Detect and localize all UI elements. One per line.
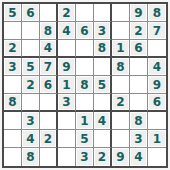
sudoku-cell-r7c3[interactable] (40, 112, 58, 130)
sudoku-cell-r5c6[interactable]: 5 (94, 76, 112, 94)
sudoku-cell-r7c1[interactable] (4, 112, 22, 130)
sudoku-cell-r9c3[interactable] (40, 148, 58, 166)
sudoku-cell-r1c9[interactable]: 8 (148, 4, 166, 22)
sudoku-cell-r2c2[interactable] (22, 22, 40, 40)
sudoku-cell-r8c6[interactable] (94, 130, 112, 148)
sudoku-cell-r8c9[interactable]: 1 (148, 130, 166, 148)
sudoku-cell-r2c7[interactable] (112, 22, 130, 40)
sudoku-cell-r7c4[interactable] (58, 112, 76, 130)
sudoku-cell-r4c7[interactable]: 8 (112, 58, 130, 76)
sudoku-cell-r4c1[interactable]: 3 (4, 58, 22, 76)
sudoku-cell-r5c3[interactable]: 6 (40, 76, 58, 94)
sudoku-cell-r2c4[interactable]: 4 (58, 22, 76, 40)
sudoku-cell-r2c1[interactable] (4, 22, 22, 40)
sudoku-cell-r2c6[interactable]: 3 (94, 22, 112, 40)
sudoku-cell-r6c5[interactable] (76, 94, 94, 112)
sudoku-cell-r3c5[interactable] (76, 40, 94, 58)
sudoku-cell-r6c7[interactable]: 2 (112, 94, 130, 112)
sudoku-board: 5629884632724816357984261859832631484253… (2, 2, 168, 168)
sudoku-cell-r1c5[interactable] (76, 4, 94, 22)
sudoku-cell-r4c4[interactable]: 9 (58, 58, 76, 76)
sudoku-cell-r6c6[interactable] (94, 94, 112, 112)
sudoku-cell-r6c3[interactable] (40, 94, 58, 112)
sudoku-cell-r1c6[interactable] (94, 4, 112, 22)
sudoku-cell-r8c3[interactable]: 2 (40, 130, 58, 148)
sudoku-cell-r4c2[interactable]: 5 (22, 58, 40, 76)
sudoku-cell-r8c8[interactable]: 3 (130, 130, 148, 148)
sudoku-cell-r2c5[interactable]: 6 (76, 22, 94, 40)
sudoku-cell-r9c8[interactable]: 4 (130, 148, 148, 166)
sudoku-cell-r8c2[interactable]: 4 (22, 130, 40, 148)
sudoku-cell-r9c4[interactable] (58, 148, 76, 166)
sudoku-cell-r7c2[interactable]: 3 (22, 112, 40, 130)
sudoku-cell-r9c6[interactable]: 2 (94, 148, 112, 166)
sudoku-cell-r8c5[interactable]: 5 (76, 130, 94, 148)
sudoku-cell-r4c8[interactable] (130, 58, 148, 76)
sudoku-cell-r4c5[interactable] (76, 58, 94, 76)
sudoku-cell-r3c7[interactable]: 1 (112, 40, 130, 58)
sudoku-cell-r1c4[interactable]: 2 (58, 4, 76, 22)
sudoku-cell-r6c8[interactable] (130, 94, 148, 112)
sudoku-cell-r6c9[interactable]: 6 (148, 94, 166, 112)
sudoku-cell-r3c9[interactable] (148, 40, 166, 58)
sudoku-cell-r9c1[interactable] (4, 148, 22, 166)
sudoku-cell-r5c2[interactable]: 2 (22, 76, 40, 94)
sudoku-cell-r5c9[interactable]: 9 (148, 76, 166, 94)
sudoku-cell-r4c6[interactable] (94, 58, 112, 76)
sudoku-cell-r3c2[interactable] (22, 40, 40, 58)
sudoku-cell-r9c2[interactable]: 8 (22, 148, 40, 166)
sudoku-cell-r6c4[interactable]: 3 (58, 94, 76, 112)
sudoku-cell-r4c9[interactable]: 4 (148, 58, 166, 76)
sudoku-cell-r5c7[interactable] (112, 76, 130, 94)
sudoku-cell-r3c4[interactable] (58, 40, 76, 58)
sudoku-cell-r3c8[interactable]: 6 (130, 40, 148, 58)
sudoku-cell-r7c5[interactable]: 1 (76, 112, 94, 130)
sudoku-cell-r7c7[interactable] (112, 112, 130, 130)
sudoku-cell-r3c1[interactable]: 2 (4, 40, 22, 58)
sudoku-cell-r9c5[interactable]: 3 (76, 148, 94, 166)
sudoku-cell-r9c9[interactable] (148, 148, 166, 166)
sudoku-cell-r8c4[interactable] (58, 130, 76, 148)
sudoku-cell-r5c1[interactable] (4, 76, 22, 94)
sudoku-cell-r5c8[interactable] (130, 76, 148, 94)
sudoku-cell-r2c8[interactable]: 2 (130, 22, 148, 40)
sudoku-cell-r4c3[interactable]: 7 (40, 58, 58, 76)
sudoku-cell-r7c6[interactable]: 4 (94, 112, 112, 130)
sudoku-cell-r9c7[interactable]: 9 (112, 148, 130, 166)
sudoku-cell-r1c2[interactable]: 6 (22, 4, 40, 22)
sudoku-cell-r3c3[interactable]: 4 (40, 40, 58, 58)
sudoku-cell-r7c8[interactable]: 8 (130, 112, 148, 130)
sudoku-cell-r8c7[interactable] (112, 130, 130, 148)
sudoku-cell-r3c6[interactable]: 8 (94, 40, 112, 58)
sudoku-cell-r6c1[interactable]: 8 (4, 94, 22, 112)
sudoku-cell-r2c9[interactable]: 7 (148, 22, 166, 40)
sudoku-cell-r5c4[interactable]: 1 (58, 76, 76, 94)
sudoku-cell-r8c1[interactable] (4, 130, 22, 148)
sudoku-cell-r5c5[interactable]: 8 (76, 76, 94, 94)
sudoku-cell-r1c8[interactable]: 9 (130, 4, 148, 22)
sudoku-cell-r1c7[interactable] (112, 4, 130, 22)
sudoku-cell-r7c9[interactable] (148, 112, 166, 130)
sudoku-cell-r2c3[interactable]: 8 (40, 22, 58, 40)
sudoku-cell-r1c1[interactable]: 5 (4, 4, 22, 22)
sudoku-cell-r6c2[interactable] (22, 94, 40, 112)
sudoku-widget: 5629884632724816357984261859832631484253… (0, 0, 170, 170)
sudoku-cell-r1c3[interactable] (40, 4, 58, 22)
